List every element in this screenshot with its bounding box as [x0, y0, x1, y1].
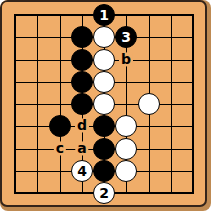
board-frame: 1342 bdca [0, 0, 207, 207]
white-stone: 2 [93, 182, 115, 204]
white-stone [93, 49, 115, 71]
go-diagram: 1342 bdca [0, 0, 211, 211]
black-stone [71, 71, 93, 93]
point-label-c: c [54, 141, 66, 155]
black-stone [71, 49, 93, 71]
point-label-b: b [119, 52, 133, 66]
move-number: 2 [99, 186, 109, 200]
black-stone [93, 160, 115, 182]
black-stone [93, 138, 115, 160]
white-stone [93, 71, 115, 93]
white-stone [115, 160, 137, 182]
move-number: 4 [77, 164, 87, 178]
white-stone [115, 138, 137, 160]
move-number: 1 [99, 8, 109, 22]
black-stone: 3 [115, 26, 137, 48]
point-label-a: a [75, 141, 88, 155]
white-stone: 4 [71, 160, 93, 182]
black-stone [49, 115, 71, 137]
white-stone [138, 93, 160, 115]
grid-line-vertical [171, 15, 172, 193]
black-stone [93, 115, 115, 137]
point-label-d: d [75, 118, 89, 132]
white-stone [115, 115, 137, 137]
white-stone [93, 26, 115, 48]
white-stone [93, 93, 115, 115]
move-number: 3 [121, 30, 131, 44]
black-stone [71, 26, 93, 48]
black-stone [71, 93, 93, 115]
black-stone: 1 [93, 4, 115, 26]
